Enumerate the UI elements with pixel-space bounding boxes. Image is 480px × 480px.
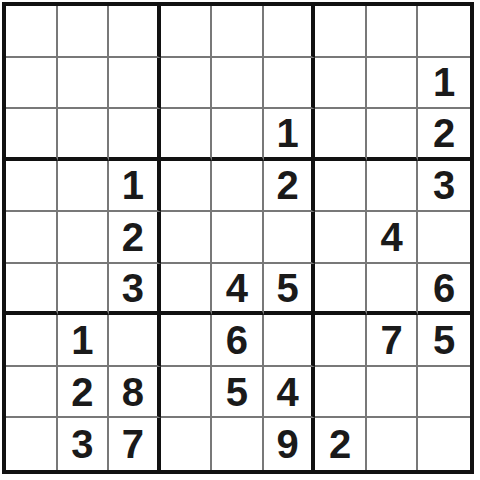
- cell-r5c4-empty[interactable]: [161, 212, 213, 264]
- cell-r6c4-empty[interactable]: [161, 264, 213, 316]
- cell-r2c8-empty[interactable]: [367, 58, 419, 110]
- cell-r2c6-empty[interactable]: [264, 58, 316, 110]
- cell-r3c2-empty[interactable]: [58, 109, 110, 161]
- cell-r6c8-empty[interactable]: [367, 264, 419, 316]
- cell-r9c7-given-2[interactable]: 2: [315, 418, 367, 470]
- cell-r1c2-empty[interactable]: [58, 6, 110, 58]
- cell-r3c8-empty[interactable]: [367, 109, 419, 161]
- cell-r3c3-empty[interactable]: [109, 109, 161, 161]
- cell-r7c1-empty[interactable]: [6, 315, 58, 367]
- cell-r5c2-empty[interactable]: [58, 212, 110, 264]
- cell-r4c1-empty[interactable]: [6, 161, 58, 213]
- cell-r9c9-empty[interactable]: [418, 418, 470, 470]
- cell-r3c4-empty[interactable]: [161, 109, 213, 161]
- cell-r6c3-given-3[interactable]: 3: [109, 264, 161, 316]
- cell-r9c3-given-7[interactable]: 7: [109, 418, 161, 470]
- cell-r8c6-given-4[interactable]: 4: [264, 367, 316, 419]
- cell-r6c7-empty[interactable]: [315, 264, 367, 316]
- cell-r8c5-given-5[interactable]: 5: [212, 367, 264, 419]
- cell-r9c5-empty[interactable]: [212, 418, 264, 470]
- cell-r7c6-empty[interactable]: [264, 315, 316, 367]
- cell-r6c6-given-5[interactable]: 5: [264, 264, 316, 316]
- cell-r4c7-empty[interactable]: [315, 161, 367, 213]
- cell-r1c3-empty[interactable]: [109, 6, 161, 58]
- cell-r6c1-empty[interactable]: [6, 264, 58, 316]
- cell-r9c8-empty[interactable]: [367, 418, 419, 470]
- cell-r8c2-given-2[interactable]: 2: [58, 367, 110, 419]
- cell-r3c9-given-2[interactable]: 2: [418, 109, 470, 161]
- cell-r4c5-empty[interactable]: [212, 161, 264, 213]
- cell-r6c9-given-6[interactable]: 6: [418, 264, 470, 316]
- cell-r8c3-given-8[interactable]: 8: [109, 367, 161, 419]
- cell-r1c4-empty[interactable]: [161, 6, 213, 58]
- cell-r1c5-empty[interactable]: [212, 6, 264, 58]
- cell-r3c6-given-1[interactable]: 1: [264, 109, 316, 161]
- cell-r2c1-empty[interactable]: [6, 58, 58, 110]
- cell-r5c8-given-4[interactable]: 4: [367, 212, 419, 264]
- cell-r7c8-given-7[interactable]: 7: [367, 315, 419, 367]
- cell-r1c9-empty[interactable]: [418, 6, 470, 58]
- cell-r5c9-empty[interactable]: [418, 212, 470, 264]
- cell-r2c3-empty[interactable]: [109, 58, 161, 110]
- cell-r8c4-empty[interactable]: [161, 367, 213, 419]
- cell-r9c6-given-9[interactable]: 9: [264, 418, 316, 470]
- cell-r7c2-given-1[interactable]: 1: [58, 315, 110, 367]
- cell-r8c8-empty[interactable]: [367, 367, 419, 419]
- cell-r7c3-empty[interactable]: [109, 315, 161, 367]
- cell-r2c7-empty[interactable]: [315, 58, 367, 110]
- cell-r1c8-empty[interactable]: [367, 6, 419, 58]
- cell-r2c5-empty[interactable]: [212, 58, 264, 110]
- cell-r7c9-given-5[interactable]: 5: [418, 315, 470, 367]
- cell-r5c1-empty[interactable]: [6, 212, 58, 264]
- cell-r9c1-empty[interactable]: [6, 418, 58, 470]
- cell-r1c1-empty[interactable]: [6, 6, 58, 58]
- cell-r9c2-given-3[interactable]: 3: [58, 418, 110, 470]
- cell-r4c4-empty[interactable]: [161, 161, 213, 213]
- cell-r4c2-empty[interactable]: [58, 161, 110, 213]
- cell-r4c3-given-1[interactable]: 1: [109, 161, 161, 213]
- cell-r4c6-given-2[interactable]: 2: [264, 161, 316, 213]
- cell-r4c9-given-3[interactable]: 3: [418, 161, 470, 213]
- cell-r6c5-given-4[interactable]: 4: [212, 264, 264, 316]
- cell-r6c2-empty[interactable]: [58, 264, 110, 316]
- cell-r3c7-empty[interactable]: [315, 109, 367, 161]
- sudoku-board: 112123243456167528543792: [2, 2, 474, 474]
- cell-r5c6-empty[interactable]: [264, 212, 316, 264]
- cell-r2c9-given-1[interactable]: 1: [418, 58, 470, 110]
- cell-r3c1-empty[interactable]: [6, 109, 58, 161]
- cell-r5c5-empty[interactable]: [212, 212, 264, 264]
- cell-r1c7-empty[interactable]: [315, 6, 367, 58]
- cell-r5c3-given-2[interactable]: 2: [109, 212, 161, 264]
- sudoku-puzzle: 112123243456167528543792: [0, 0, 480, 480]
- cell-r5c7-empty[interactable]: [315, 212, 367, 264]
- cell-r7c4-empty[interactable]: [161, 315, 213, 367]
- cell-r8c7-empty[interactable]: [315, 367, 367, 419]
- cell-r1c6-empty[interactable]: [264, 6, 316, 58]
- cell-r2c2-empty[interactable]: [58, 58, 110, 110]
- cell-r8c9-empty[interactable]: [418, 367, 470, 419]
- cell-r4c8-empty[interactable]: [367, 161, 419, 213]
- cell-r2c4-empty[interactable]: [161, 58, 213, 110]
- cell-r3c5-empty[interactable]: [212, 109, 264, 161]
- cell-r7c5-given-6[interactable]: 6: [212, 315, 264, 367]
- cell-r7c7-empty[interactable]: [315, 315, 367, 367]
- cell-r8c1-empty[interactable]: [6, 367, 58, 419]
- cell-r9c4-empty[interactable]: [161, 418, 213, 470]
